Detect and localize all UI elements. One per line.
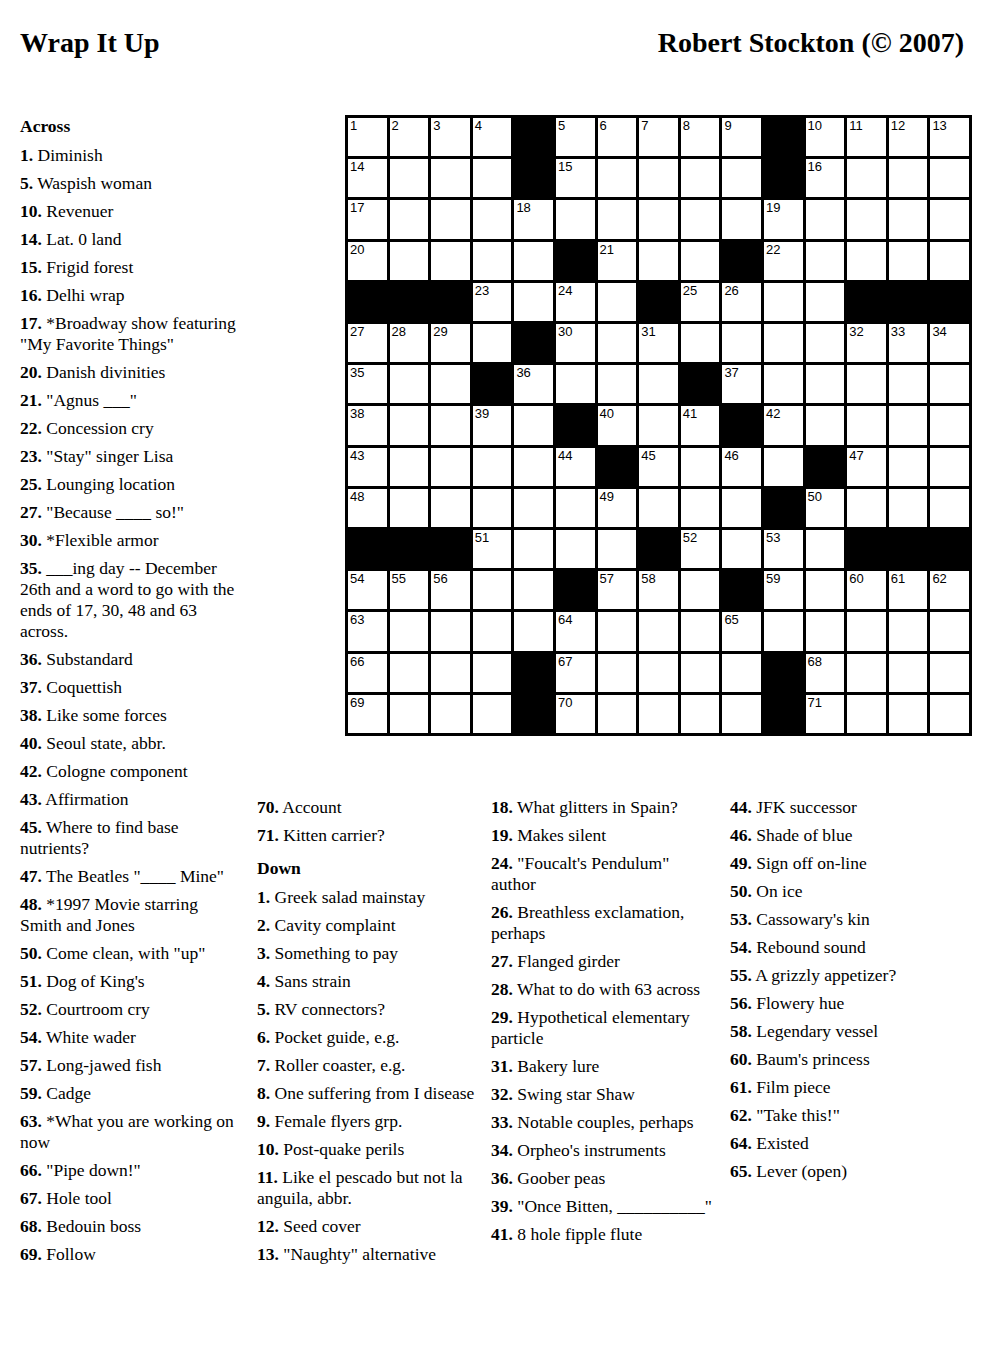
cell-number: 14 — [350, 160, 364, 174]
cell-r2c14[interactable] — [889, 159, 928, 197]
cell-r2c13[interactable] — [847, 159, 886, 197]
clue-number: 64. — [730, 1133, 752, 1153]
clue-down-18: 18. What glitters in Spain? — [491, 797, 713, 818]
cell-r5c3-black — [431, 283, 470, 321]
cell-r12c3[interactable]: 56 — [431, 571, 470, 609]
cell-r15c9[interactable] — [681, 695, 720, 733]
cell-r2c3[interactable] — [431, 159, 470, 197]
cell-r8c12[interactable] — [806, 406, 845, 444]
cell-r4c9[interactable] — [681, 242, 720, 280]
cell-number: 13 — [932, 119, 946, 133]
cell-r7c7[interactable] — [598, 365, 637, 403]
cell-r8c13[interactable] — [847, 406, 886, 444]
cell-r11c14-black — [889, 530, 928, 568]
cell-r6c14[interactable]: 33 — [889, 324, 928, 362]
cell-r2c8[interactable] — [639, 159, 678, 197]
cell-r6c12[interactable] — [806, 324, 845, 362]
cell-r10c7[interactable]: 49 — [598, 489, 637, 527]
clue-down-56: 56. Flowery hue — [730, 993, 972, 1014]
cell-r6c10[interactable] — [722, 324, 761, 362]
cell-r10c3[interactable] — [431, 489, 470, 527]
cell-r14c10[interactable] — [722, 654, 761, 692]
cell-r11c1-black — [348, 530, 387, 568]
cell-r3c10[interactable] — [722, 200, 761, 238]
cell-r1c2[interactable]: 2 — [390, 118, 429, 156]
cell-r2c12[interactable]: 16 — [806, 159, 845, 197]
cell-r15c2[interactable] — [390, 695, 429, 733]
clue-number: 38. — [20, 705, 42, 725]
cell-number: 18 — [516, 201, 530, 215]
cell-r9c5[interactable] — [514, 448, 553, 486]
cell-r3c11[interactable]: 19 — [764, 200, 803, 238]
cell-r14c14[interactable] — [889, 654, 928, 692]
cell-r5c6[interactable]: 24 — [556, 283, 595, 321]
clue-number: 10. — [257, 1139, 279, 1159]
clue-down-36: 36. Goober peas — [491, 1168, 713, 1189]
cell-r13c2[interactable] — [390, 612, 429, 650]
cell-number: 65 — [724, 613, 738, 627]
cell-r6c5-black — [514, 324, 553, 362]
clue-across-47: 47. The Beatles "____ Mine" — [20, 866, 242, 887]
cell-r10c5[interactable] — [514, 489, 553, 527]
clue-number: 48. — [20, 894, 42, 914]
cell-r8c3[interactable] — [431, 406, 470, 444]
cell-r13c12[interactable] — [806, 612, 845, 650]
cell-r5c7[interactable] — [598, 283, 637, 321]
cell-r1c14[interactable]: 12 — [889, 118, 928, 156]
cell-r15c1[interactable]: 69 — [348, 695, 387, 733]
cell-r11c6[interactable] — [556, 530, 595, 568]
cell-r9c13[interactable]: 47 — [847, 448, 886, 486]
cell-number: 57 — [600, 572, 614, 586]
cell-r10c14[interactable] — [889, 489, 928, 527]
cell-number: 61 — [891, 572, 905, 586]
clue-number: 50. — [20, 943, 42, 963]
cell-r3c14[interactable] — [889, 200, 928, 238]
cell-r14c13[interactable] — [847, 654, 886, 692]
clue-number: 26. — [491, 902, 513, 922]
cell-r11c10[interactable] — [722, 530, 761, 568]
clue-across-22: 22. Concession cry — [20, 418, 242, 439]
clue-number: 35. — [20, 558, 42, 578]
clue-number: 5. — [257, 999, 270, 1019]
cell-r13c15[interactable] — [930, 612, 969, 650]
cell-r7c15[interactable] — [930, 365, 969, 403]
cell-number: 44 — [558, 449, 572, 463]
clue-down-7: 7. Roller coaster, e.g. — [257, 1055, 477, 1076]
cell-r2c6[interactable]: 15 — [556, 159, 595, 197]
cell-r6c13[interactable]: 32 — [847, 324, 886, 362]
cell-r3c13[interactable] — [847, 200, 886, 238]
cell-r10c13[interactable] — [847, 489, 886, 527]
cell-r14c4[interactable] — [473, 654, 512, 692]
cell-r9c6[interactable]: 44 — [556, 448, 595, 486]
clue-number: 13. — [257, 1244, 279, 1264]
across-heading: Across — [20, 116, 242, 137]
cell-r2c4[interactable] — [473, 159, 512, 197]
cell-number: 32 — [849, 325, 863, 339]
clue-number: 57. — [20, 1055, 42, 1075]
cell-r12c9[interactable] — [681, 571, 720, 609]
cell-r13c7[interactable] — [598, 612, 637, 650]
cell-r10c9[interactable] — [681, 489, 720, 527]
cell-r10c4[interactable] — [473, 489, 512, 527]
clue-down-33: 33. Notable couples, perhaps — [491, 1112, 713, 1133]
cell-r1c15[interactable]: 13 — [930, 118, 969, 156]
cell-r1c1[interactable]: 1 — [348, 118, 387, 156]
clue-across-50: 50. Come clean, with "up" — [20, 943, 242, 964]
clue-down-19: 19. Makes silent — [491, 825, 713, 846]
clue-column-down-2: 18. What glitters in Spain?19. Makes sil… — [491, 797, 713, 1252]
clue-across-59: 59. Cadge — [20, 1083, 242, 1104]
cell-r7c5[interactable]: 36 — [514, 365, 553, 403]
cell-r3c9[interactable] — [681, 200, 720, 238]
cell-r5c8-black — [639, 283, 678, 321]
clue-down-39: 39. "Once Bitten, __________" — [491, 1196, 713, 1217]
cell-r4c12[interactable] — [806, 242, 845, 280]
cell-r4c8[interactable] — [639, 242, 678, 280]
clue-number: 6. — [257, 1027, 270, 1047]
cell-r8c11[interactable]: 42 — [764, 406, 803, 444]
cell-r1c10[interactable]: 9 — [722, 118, 761, 156]
cell-number: 66 — [350, 655, 364, 669]
cell-r9c14[interactable] — [889, 448, 928, 486]
cell-r13c11[interactable] — [764, 612, 803, 650]
down-heading: Down — [257, 858, 477, 879]
cell-r12c12[interactable] — [806, 571, 845, 609]
cell-r15c4[interactable] — [473, 695, 512, 733]
cell-r6c2[interactable]: 28 — [390, 324, 429, 362]
cell-r2c10[interactable] — [722, 159, 761, 197]
cell-r12c1[interactable]: 54 — [348, 571, 387, 609]
cell-r15c13[interactable] — [847, 695, 886, 733]
cell-r14c3[interactable] — [431, 654, 470, 692]
cell-r15c14[interactable] — [889, 695, 928, 733]
clue-number: 62. — [730, 1105, 752, 1125]
clue-number: 24. — [491, 853, 513, 873]
cell-r5c10[interactable]: 26 — [722, 283, 761, 321]
cell-r4c14[interactable] — [889, 242, 928, 280]
cell-number: 39 — [475, 407, 489, 421]
cell-r14c1[interactable]: 66 — [348, 654, 387, 692]
cell-r9c10[interactable]: 46 — [722, 448, 761, 486]
cell-r3c12[interactable] — [806, 200, 845, 238]
cell-r11c11[interactable]: 53 — [764, 530, 803, 568]
cell-r3c5[interactable]: 18 — [514, 200, 553, 238]
cell-r2c2[interactable] — [390, 159, 429, 197]
cell-r1c11-black — [764, 118, 803, 156]
cell-r8c6-black — [556, 406, 595, 444]
cell-number: 41 — [683, 407, 697, 421]
cell-r14c9[interactable] — [681, 654, 720, 692]
clue-across-21: 21. "Agnus ___" — [20, 390, 242, 411]
clue-across-45: 45. Where to find base nutrients? — [20, 817, 242, 859]
cell-r12c14[interactable]: 61 — [889, 571, 928, 609]
cell-number: 15 — [558, 160, 572, 174]
clue-column-across-end-down-start: 70. Account71. Kitten carrier?Down1. Gre… — [257, 797, 477, 1272]
clue-across-48: 48. *1997 Movie starring Smith and Jones — [20, 894, 242, 936]
cell-r9c4[interactable] — [473, 448, 512, 486]
cell-r13c4[interactable] — [473, 612, 512, 650]
cell-r7c12[interactable] — [806, 365, 845, 403]
cell-r3c4[interactable] — [473, 200, 512, 238]
cell-r1c5-black — [514, 118, 553, 156]
cell-r11c13-black — [847, 530, 886, 568]
clue-across-67: 67. Hole tool — [20, 1188, 242, 1209]
cell-r15c12[interactable]: 71 — [806, 695, 845, 733]
cell-r6c8[interactable]: 31 — [639, 324, 678, 362]
cell-r8c9[interactable]: 41 — [681, 406, 720, 444]
cell-r6c3[interactable]: 29 — [431, 324, 470, 362]
cell-number: 7 — [641, 119, 648, 133]
clue-down-28: 28. What to do with 63 across — [491, 979, 713, 1000]
cell-r15c8[interactable] — [639, 695, 678, 733]
cell-r7c8[interactable] — [639, 365, 678, 403]
cell-r15c11-black — [764, 695, 803, 733]
cell-r2c1[interactable]: 14 — [348, 159, 387, 197]
cell-r7c1[interactable]: 35 — [348, 365, 387, 403]
cell-number: 60 — [849, 572, 863, 586]
cell-r1c6[interactable]: 5 — [556, 118, 595, 156]
cell-r12c5[interactable] — [514, 571, 553, 609]
cell-r14c15[interactable] — [930, 654, 969, 692]
clue-number: 2. — [257, 915, 270, 935]
cell-r12c7[interactable]: 57 — [598, 571, 637, 609]
cell-r6c11[interactable] — [764, 324, 803, 362]
cell-r4c11[interactable]: 22 — [764, 242, 803, 280]
clue-number: 68. — [20, 1216, 42, 1236]
cell-r6c15[interactable]: 34 — [930, 324, 969, 362]
clue-across-38: 38. Like some forces — [20, 705, 242, 726]
clue-number: 34. — [491, 1140, 513, 1160]
cell-r14c7[interactable] — [598, 654, 637, 692]
clue-down-32: 32. Swing star Shaw — [491, 1084, 713, 1105]
cell-r10c6[interactable] — [556, 489, 595, 527]
cell-r4c2[interactable] — [390, 242, 429, 280]
cell-r11c12[interactable] — [806, 530, 845, 568]
cell-r10c2[interactable] — [390, 489, 429, 527]
cell-r5c4[interactable]: 23 — [473, 283, 512, 321]
cell-r13c13[interactable] — [847, 612, 886, 650]
cell-number: 10 — [808, 119, 822, 133]
cell-r3c6[interactable] — [556, 200, 595, 238]
cell-r10c1[interactable]: 48 — [348, 489, 387, 527]
cell-r13c14[interactable] — [889, 612, 928, 650]
cell-r6c9[interactable] — [681, 324, 720, 362]
cell-r4c15[interactable] — [930, 242, 969, 280]
cell-r5c11[interactable] — [764, 283, 803, 321]
cell-r13c3[interactable] — [431, 612, 470, 650]
cell-number: 59 — [766, 572, 780, 586]
clue-number: 1. — [20, 145, 33, 165]
cell-r11c4[interactable]: 51 — [473, 530, 512, 568]
cell-r13c10[interactable]: 65 — [722, 612, 761, 650]
cell-r3c3[interactable] — [431, 200, 470, 238]
cell-r8c8[interactable] — [639, 406, 678, 444]
clue-number: 51. — [20, 971, 42, 991]
cell-r3c2[interactable] — [390, 200, 429, 238]
cell-number: 28 — [392, 325, 406, 339]
cell-r6c7[interactable] — [598, 324, 637, 362]
cell-r7c6[interactable] — [556, 365, 595, 403]
cell-r10c12[interactable]: 50 — [806, 489, 845, 527]
clue-across-36: 36. Substandard — [20, 649, 242, 670]
clue-number: 70. — [257, 797, 279, 817]
cell-r4c5[interactable] — [514, 242, 553, 280]
clue-across-69: 69. Follow — [20, 1244, 242, 1265]
cell-r12c15[interactable]: 62 — [930, 571, 969, 609]
cell-r12c2[interactable]: 55 — [390, 571, 429, 609]
cell-r8c4[interactable]: 39 — [473, 406, 512, 444]
cell-r4c1[interactable]: 20 — [348, 242, 387, 280]
cell-r4c7[interactable]: 21 — [598, 242, 637, 280]
cell-r10c11-black — [764, 489, 803, 527]
cell-r7c13[interactable] — [847, 365, 886, 403]
cell-r3c1[interactable]: 17 — [348, 200, 387, 238]
cell-r1c8[interactable]: 7 — [639, 118, 678, 156]
cell-r9c15[interactable] — [930, 448, 969, 486]
cell-r6c4[interactable] — [473, 324, 512, 362]
clue-across-71: 71. Kitten carrier? — [257, 825, 477, 846]
clue-number: 71. — [257, 825, 279, 845]
cell-r9c9[interactable] — [681, 448, 720, 486]
clue-down-29: 29. Hypothetical elementary particle — [491, 1007, 713, 1049]
clue-column-across: Across1. Diminish5. Waspish woman10. Rev… — [20, 116, 242, 1272]
clue-across-37: 37. Coquettish — [20, 677, 242, 698]
cell-r14c11-black — [764, 654, 803, 692]
cell-number: 56 — [433, 572, 447, 586]
cell-r15c15[interactable] — [930, 695, 969, 733]
cell-r1c13[interactable]: 11 — [847, 118, 886, 156]
cell-r10c15[interactable] — [930, 489, 969, 527]
cell-r2c9[interactable] — [681, 159, 720, 197]
cell-r1c3[interactable]: 3 — [431, 118, 470, 156]
clue-number: 36. — [20, 649, 42, 669]
cell-r4c13[interactable] — [847, 242, 886, 280]
cell-r1c4[interactable]: 4 — [473, 118, 512, 156]
clue-down-24: 24. "Foucalt's Pendulum" author — [491, 853, 713, 895]
cell-r1c7[interactable]: 6 — [598, 118, 637, 156]
cell-number: 3 — [433, 119, 440, 133]
cell-r9c12-black — [806, 448, 845, 486]
clue-number: 10. — [20, 201, 42, 221]
cell-number: 42 — [766, 407, 780, 421]
crossword-page: Wrap It Up Robert Stockton (© 2007) 1234… — [0, 0, 982, 1360]
cell-r8c15[interactable] — [930, 406, 969, 444]
cell-r12c4[interactable] — [473, 571, 512, 609]
clue-across-23: 23. "Stay" singer Lisa — [20, 446, 242, 467]
clue-down-64: 64. Existed — [730, 1133, 972, 1154]
cell-r9c3[interactable] — [431, 448, 470, 486]
cell-r13c6[interactable]: 64 — [556, 612, 595, 650]
cell-r15c10[interactable] — [722, 695, 761, 733]
cell-r5c5[interactable] — [514, 283, 553, 321]
clue-number: 69. — [20, 1244, 42, 1264]
cell-r3c8[interactable] — [639, 200, 678, 238]
cell-r4c4[interactable] — [473, 242, 512, 280]
cell-number: 70 — [558, 696, 572, 710]
cell-r6c6[interactable]: 30 — [556, 324, 595, 362]
cell-r10c10[interactable] — [722, 489, 761, 527]
clue-number: 5. — [20, 173, 33, 193]
cell-r9c8[interactable]: 45 — [639, 448, 678, 486]
cell-r2c15[interactable] — [930, 159, 969, 197]
cell-r7c9-black — [681, 365, 720, 403]
cell-r12c8[interactable]: 58 — [639, 571, 678, 609]
clue-down-1: 1. Greek salad mainstay — [257, 887, 477, 908]
clue-down-8: 8. One suffering from I disease — [257, 1083, 477, 1104]
clue-number: 50. — [730, 881, 752, 901]
cell-r5c12[interactable] — [806, 283, 845, 321]
cell-r15c6[interactable]: 70 — [556, 695, 595, 733]
cell-r7c2[interactable] — [390, 365, 429, 403]
cell-r7c11[interactable] — [764, 365, 803, 403]
cell-number: 1 — [350, 119, 357, 133]
cell-r13c5[interactable] — [514, 612, 553, 650]
cell-r1c9[interactable]: 8 — [681, 118, 720, 156]
cell-r6c1[interactable]: 27 — [348, 324, 387, 362]
cell-r7c3[interactable] — [431, 365, 470, 403]
clue-number: 60. — [730, 1049, 752, 1069]
clue-across-52: 52. Courtroom cry — [20, 999, 242, 1020]
cell-r5c9[interactable]: 25 — [681, 283, 720, 321]
cell-r8c5[interactable] — [514, 406, 553, 444]
cell-number: 63 — [350, 613, 364, 627]
cell-r14c2[interactable] — [390, 654, 429, 692]
clue-down-50: 50. On ice — [730, 881, 972, 902]
cell-r11c5[interactable] — [514, 530, 553, 568]
cell-number: 52 — [683, 531, 697, 545]
cell-r8c14[interactable] — [889, 406, 928, 444]
cell-r13c1[interactable]: 63 — [348, 612, 387, 650]
cell-r15c3[interactable] — [431, 695, 470, 733]
cell-r9c1[interactable]: 43 — [348, 448, 387, 486]
cell-r11c9[interactable]: 52 — [681, 530, 720, 568]
cell-r7c14[interactable] — [889, 365, 928, 403]
cell-r2c7[interactable] — [598, 159, 637, 197]
cell-r12c13[interactable]: 60 — [847, 571, 886, 609]
cell-r10c8[interactable] — [639, 489, 678, 527]
cell-r13c8[interactable] — [639, 612, 678, 650]
cell-r9c2[interactable] — [390, 448, 429, 486]
cell-r7c10[interactable]: 37 — [722, 365, 761, 403]
clue-number: 58. — [730, 1021, 752, 1041]
cell-r15c7[interactable] — [598, 695, 637, 733]
cell-r12c11[interactable]: 59 — [764, 571, 803, 609]
cell-r8c7[interactable]: 40 — [598, 406, 637, 444]
cell-r3c7[interactable] — [598, 200, 637, 238]
cell-r9c11[interactable] — [764, 448, 803, 486]
cell-number: 2 — [392, 119, 399, 133]
cell-r8c2[interactable] — [390, 406, 429, 444]
cell-r4c3[interactable] — [431, 242, 470, 280]
cell-r11c7[interactable] — [598, 530, 637, 568]
cell-r14c12[interactable]: 68 — [806, 654, 845, 692]
clue-down-11: 11. Like el pescado but not la anguila, … — [257, 1167, 477, 1209]
cell-number: 25 — [683, 284, 697, 298]
cell-r14c8[interactable] — [639, 654, 678, 692]
cell-r1c12[interactable]: 10 — [806, 118, 845, 156]
clue-number: 22. — [20, 418, 42, 438]
clue-number: 41. — [491, 1224, 513, 1244]
cell-r13c9[interactable] — [681, 612, 720, 650]
cell-number: 58 — [641, 572, 655, 586]
cell-r8c1[interactable]: 38 — [348, 406, 387, 444]
cell-r14c6[interactable]: 67 — [556, 654, 595, 692]
clue-number: 40. — [20, 733, 42, 753]
cell-r3c15[interactable] — [930, 200, 969, 238]
cell-number: 19 — [766, 201, 780, 215]
